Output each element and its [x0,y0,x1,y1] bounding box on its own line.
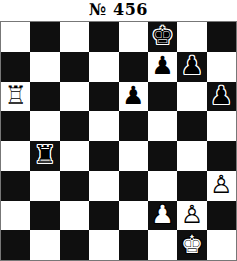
square-e6: ♟ [119,82,148,112]
square-g4 [177,141,206,171]
square-g7: ♟ [177,52,206,82]
square-e8 [119,22,148,52]
square-a6: ♖ [1,82,30,112]
square-a5 [1,111,30,141]
square-d1 [89,230,118,260]
square-h2 [207,201,236,231]
square-d2 [89,201,118,231]
square-e4 [119,141,148,171]
square-b8 [30,22,59,52]
square-e1 [119,230,148,260]
chess-board: ♚♟♟♖♟♟♜♙♟♙♚ [0,21,237,261]
square-d8 [89,22,118,52]
square-c7 [60,52,89,82]
square-c3 [60,171,89,201]
square-f6 [148,82,177,112]
square-h3: ♙ [207,171,236,201]
square-g6 [177,82,206,112]
square-c8 [60,22,89,52]
white-rook-a6: ♖ [4,83,26,108]
square-g8 [177,22,206,52]
square-e3 [119,171,148,201]
square-d7 [89,52,118,82]
white-king-g1: ♚ [181,232,203,257]
square-f8: ♚ [148,22,177,52]
square-a1 [1,230,30,260]
chess-diagram-page: № 456 ♚♟♟♖♟♟♜♙♟♙♚ [0,0,237,261]
black-rook-b4: ♜ [34,142,56,167]
square-h8 [207,22,236,52]
black-pawn-g7: ♟ [181,53,203,78]
square-b7 [30,52,59,82]
square-e5 [119,111,148,141]
square-h5 [207,111,236,141]
square-h7 [207,52,236,82]
square-f3 [148,171,177,201]
square-a8 [1,22,30,52]
square-b3 [30,171,59,201]
square-a3 [1,171,30,201]
square-a2 [1,201,30,231]
square-d4 [89,141,118,171]
square-e7 [119,52,148,82]
square-b6 [30,82,59,112]
square-c1 [60,230,89,260]
square-c5 [60,111,89,141]
square-g3 [177,171,206,201]
square-f2: ♟ [148,201,177,231]
square-b5 [30,111,59,141]
white-pawn-h3: ♙ [210,172,232,197]
square-c2 [60,201,89,231]
square-g5 [177,111,206,141]
white-pawn-f2: ♟ [151,202,173,227]
square-b1 [30,230,59,260]
white-pawn-g2: ♙ [181,202,203,227]
square-h4 [207,141,236,171]
black-pawn-h6: ♟ [210,83,232,108]
square-c6 [60,82,89,112]
square-b4: ♜ [30,141,59,171]
black-pawn-e6: ♟ [122,83,144,108]
square-d6 [89,82,118,112]
square-h1 [207,230,236,260]
square-f7: ♟ [148,52,177,82]
square-f5 [148,111,177,141]
square-f1 [148,230,177,260]
square-b2 [30,201,59,231]
square-e2 [119,201,148,231]
square-f4 [148,141,177,171]
square-d3 [89,171,118,201]
diagram-number-title: № 456 [0,0,237,21]
square-h6: ♟ [207,82,236,112]
square-c4 [60,141,89,171]
square-a4 [1,141,30,171]
black-king-f8: ♚ [151,23,173,48]
square-g1: ♚ [177,230,206,260]
square-g2: ♙ [177,201,206,231]
black-pawn-f7: ♟ [151,53,173,78]
square-d5 [89,111,118,141]
square-a7 [1,52,30,82]
